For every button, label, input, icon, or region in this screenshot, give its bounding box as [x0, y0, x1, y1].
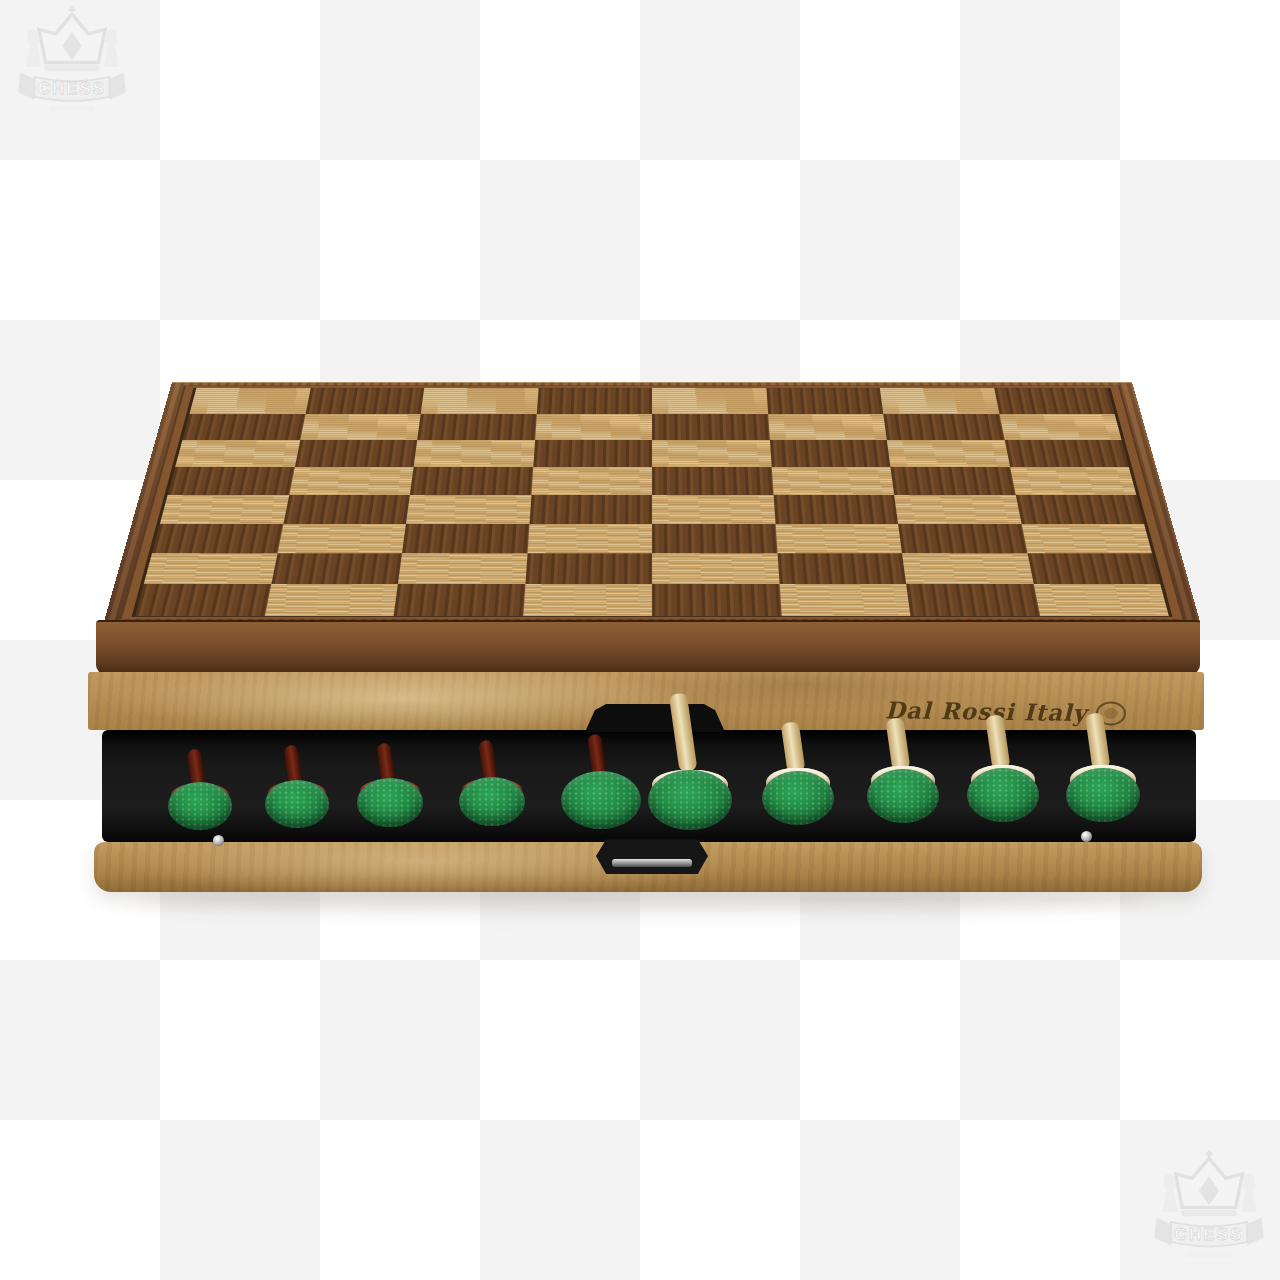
board-square — [652, 524, 777, 554]
board-square — [414, 440, 535, 467]
board-square — [652, 414, 769, 440]
chess-piece-light — [1066, 713, 1140, 822]
board-square — [1021, 524, 1152, 554]
board-square — [1015, 495, 1144, 524]
board-square — [189, 388, 310, 413]
base-latch — [596, 838, 708, 874]
board-square — [529, 495, 652, 524]
board-square — [168, 467, 295, 495]
chess-piece-light — [648, 693, 732, 830]
ribbon-right — [109, 72, 126, 100]
crown-base — [1181, 1210, 1237, 1217]
piece-felt-base — [1066, 768, 1140, 822]
piece-stem — [1085, 712, 1111, 770]
product-photo-stage: CHESS CHESS Dal Rossi Italy — [0, 0, 1280, 1280]
board-square — [535, 414, 652, 440]
ribbon-left — [1154, 1217, 1171, 1245]
chess-piece-dark — [168, 749, 232, 830]
board-square — [135, 584, 271, 616]
piece-stem — [781, 721, 806, 773]
chess-piece-dark — [265, 745, 329, 828]
board-square — [1027, 553, 1160, 584]
piece-felt-base — [762, 771, 834, 825]
chess-piece-light — [867, 718, 939, 823]
board-square — [300, 414, 421, 440]
board-square — [144, 553, 277, 584]
board-square — [890, 467, 1015, 495]
board-square — [766, 388, 883, 413]
piece-stem — [885, 717, 910, 771]
board-square — [769, 440, 890, 467]
chess-piece-light — [967, 715, 1039, 822]
board-square — [898, 524, 1027, 554]
board-square — [771, 467, 894, 495]
board-square — [768, 414, 887, 440]
piece-felt-base — [265, 780, 329, 828]
piece-felt-base — [168, 782, 232, 830]
crown-base — [45, 65, 100, 72]
board-square — [525, 553, 652, 584]
board-square — [421, 388, 538, 413]
board-square — [536, 388, 652, 413]
board-square — [402, 524, 529, 554]
board-square — [652, 495, 775, 524]
board-square — [175, 440, 300, 467]
board-square — [527, 524, 652, 554]
chess-piece-dark — [357, 743, 423, 827]
ribbon-left — [18, 72, 34, 100]
chess-piece-light — [762, 722, 834, 825]
piece-felt-base — [867, 769, 939, 823]
board-square — [531, 467, 652, 495]
watermark-text: CHESS — [38, 79, 106, 97]
piece-stem — [669, 693, 698, 773]
board-square — [652, 388, 768, 413]
watermark-tagline-smudge — [49, 107, 95, 113]
board-square — [883, 414, 1004, 440]
chess-piece-dark — [459, 740, 525, 826]
board-square — [271, 553, 402, 584]
board-square — [277, 524, 406, 554]
board-square — [902, 553, 1033, 584]
board-square — [417, 414, 536, 440]
chess-board-lid-top — [104, 382, 1201, 623]
ribbon-right — [1247, 1217, 1264, 1245]
board-square — [887, 440, 1010, 467]
lid-front-molding — [96, 620, 1200, 674]
piece-felt-base — [459, 777, 525, 826]
board-square — [775, 524, 902, 554]
board-frame — [104, 382, 1201, 623]
board-square — [160, 495, 289, 524]
watermark-text: CHESS — [1175, 1225, 1244, 1244]
king-silhouette-icon — [1241, 1174, 1257, 1212]
board-square — [880, 388, 999, 413]
piece-felt-base — [967, 768, 1039, 822]
piece-felt-base — [561, 771, 641, 829]
piece-stem — [985, 714, 1010, 770]
board-square — [779, 584, 910, 616]
board-square — [1004, 440, 1129, 467]
board-square — [398, 553, 527, 584]
board-square — [305, 388, 424, 413]
board-square — [1033, 584, 1169, 616]
board-square — [1010, 467, 1137, 495]
tray-pin — [213, 835, 224, 846]
chess-crown-watermark: CHESS — [6, 2, 138, 134]
board-square — [906, 584, 1039, 616]
chess-crown-watermark: CHESS — [1142, 1146, 1276, 1280]
board-square — [773, 495, 898, 524]
tray-pin — [1081, 831, 1092, 842]
piece-stem — [478, 739, 498, 783]
board-square — [652, 553, 779, 584]
board-square — [182, 414, 305, 440]
board-square — [152, 524, 283, 554]
board-square — [410, 467, 533, 495]
piece-felt-base — [648, 770, 732, 830]
board-square — [264, 584, 397, 616]
board-square — [283, 495, 410, 524]
board-square — [652, 584, 781, 616]
piece-felt-base — [357, 778, 423, 827]
board-grid — [135, 388, 1169, 615]
latch-highlight — [612, 859, 693, 867]
watermark-tagline-smudge — [1186, 1252, 1233, 1258]
board-square — [994, 388, 1115, 413]
board-square — [289, 467, 414, 495]
board-square — [652, 440, 771, 467]
board-square — [652, 467, 773, 495]
board-square — [523, 584, 652, 616]
board-square — [533, 440, 652, 467]
board-square — [406, 495, 531, 524]
chess-piece-dark — [561, 734, 641, 829]
board-square — [894, 495, 1021, 524]
board-square — [999, 414, 1122, 440]
board-square — [777, 553, 906, 584]
board-square — [294, 440, 417, 467]
king-silhouette-icon — [104, 29, 119, 67]
board-square — [394, 584, 525, 616]
